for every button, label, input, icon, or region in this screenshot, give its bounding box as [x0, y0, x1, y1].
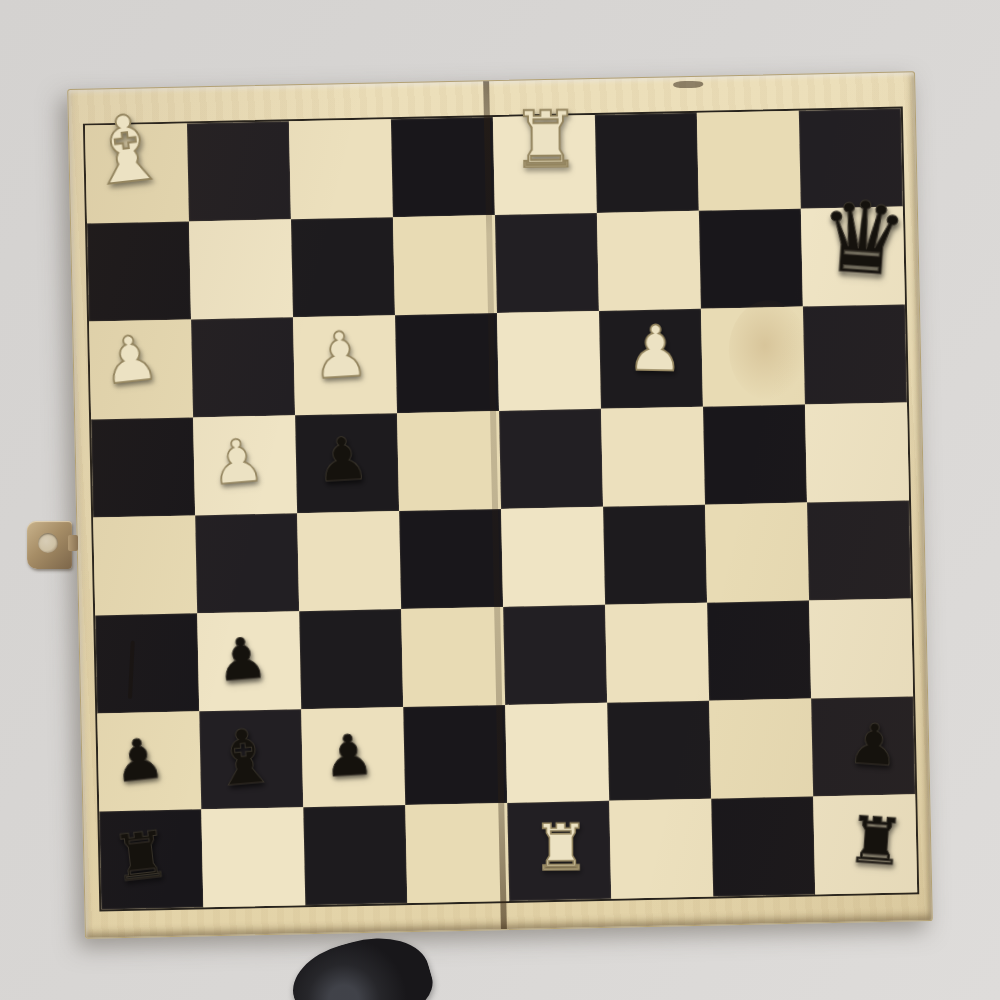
piece-black-pawn-c2[interactable]: ♟	[322, 726, 376, 785]
fallen-black-piece[interactable]	[284, 924, 440, 1000]
square-d2[interactable]	[403, 705, 507, 805]
chess-board: ♝♜♛♟♟♟♟♟♟♟♝♟♟♜♜♜	[67, 71, 933, 939]
square-c4[interactable]	[297, 511, 401, 611]
square-e7[interactable]	[495, 213, 599, 313]
piece-white-rook-e8[interactable]: ♜	[511, 101, 581, 179]
square-f1[interactable]	[609, 799, 713, 899]
square-a4[interactable]	[93, 515, 197, 615]
square-h1[interactable]: ♜	[813, 794, 917, 894]
square-e2[interactable]	[505, 703, 609, 803]
square-h3[interactable]	[809, 598, 913, 698]
square-c8[interactable]	[289, 119, 393, 219]
square-g6[interactable]	[701, 307, 805, 407]
square-g5[interactable]	[703, 405, 807, 505]
square-h5[interactable]	[805, 402, 909, 502]
clasp-tab	[68, 535, 78, 551]
square-e5[interactable]	[499, 409, 603, 509]
square-f4[interactable]	[603, 505, 707, 605]
square-b8[interactable]	[187, 121, 291, 221]
square-c6[interactable]: ♟	[293, 315, 397, 415]
square-b4[interactable]	[195, 513, 299, 613]
square-d8[interactable]	[391, 117, 495, 217]
piece-black-pawn-h2[interactable]: ♟	[846, 714, 900, 774]
square-b2[interactable]: ♝	[199, 709, 303, 809]
square-a2[interactable]: ♟	[97, 711, 201, 811]
piece-black-queen-h7[interactable]: ♛	[815, 186, 911, 291]
piece-black-pawn-c5[interactable]: ♟	[314, 429, 371, 492]
square-a7[interactable]	[87, 221, 191, 321]
square-g3[interactable]	[707, 601, 811, 701]
piece-white-pawn-c6[interactable]: ♟	[311, 322, 371, 388]
square-c7[interactable]	[291, 217, 395, 317]
piece-white-pawn-b5[interactable]: ♟	[208, 430, 266, 494]
clasp-hole	[38, 533, 58, 553]
square-b5[interactable]: ♟	[193, 415, 297, 515]
square-g7[interactable]	[699, 209, 803, 309]
square-f6[interactable]: ♟	[599, 309, 703, 409]
square-d3[interactable]	[401, 607, 505, 707]
piece-black-pawn-a2[interactable]: ♟	[111, 729, 167, 791]
square-d1[interactable]	[405, 803, 509, 903]
square-b1[interactable]	[201, 807, 305, 907]
square-b7[interactable]	[189, 219, 293, 319]
square-g1[interactable]	[711, 797, 815, 897]
square-b3[interactable]: ♟	[197, 611, 301, 711]
square-g2[interactable]	[709, 699, 813, 799]
square-c5[interactable]: ♟	[295, 413, 399, 513]
square-f8[interactable]	[595, 113, 699, 213]
square-f2[interactable]	[607, 701, 711, 801]
square-f3[interactable]	[605, 603, 709, 703]
piece-black-rook-h1[interactable]: ♜	[845, 808, 907, 876]
board-clasp-icon[interactable]	[27, 521, 72, 569]
square-e3[interactable]	[503, 605, 607, 705]
board-grid: ♝♜♛♟♟♟♟♟♟♟♝♟♟♜♜♜	[83, 106, 919, 911]
piece-white-rook-e1[interactable]: ♜	[532, 817, 590, 881]
square-c1[interactable]	[303, 805, 407, 905]
square-g8[interactable]	[697, 111, 801, 211]
rim-mark	[673, 81, 703, 89]
square-h2[interactable]: ♟	[811, 696, 915, 796]
piece-black-bishop-b2[interactable]: ♝	[207, 717, 281, 798]
square-d7[interactable]	[393, 215, 497, 315]
square-a8[interactable]: ♝	[85, 123, 189, 223]
piece-white-pawn-a6[interactable]: ♟	[99, 325, 162, 393]
square-a6[interactable]: ♟	[89, 319, 193, 419]
square-d5[interactable]	[397, 411, 501, 511]
square-e6[interactable]	[497, 311, 601, 411]
square-b6[interactable]	[191, 317, 295, 417]
piece-white-pawn-f6[interactable]: ♟	[627, 317, 684, 380]
piece-white-bishop-a8[interactable]: ♝	[80, 99, 172, 199]
square-e4[interactable]	[501, 507, 605, 607]
square-h4[interactable]	[807, 500, 911, 600]
square-a1[interactable]: ♜	[99, 809, 203, 909]
square-h6[interactable]	[803, 304, 907, 404]
square-d6[interactable]	[395, 313, 499, 413]
square-a5[interactable]	[91, 417, 195, 517]
square-e1[interactable]: ♜	[507, 801, 611, 901]
square-f5[interactable]	[601, 407, 705, 507]
piece-black-rook-a1[interactable]: ♜	[109, 823, 173, 893]
square-g4[interactable]	[705, 503, 809, 603]
square-c3[interactable]	[299, 609, 403, 709]
square-h7[interactable]: ♛	[801, 206, 905, 306]
piece-black-pawn-b3[interactable]: ♟	[214, 629, 270, 690]
square-e8[interactable]: ♜	[493, 115, 597, 215]
square-d4[interactable]	[399, 509, 503, 609]
square-c2[interactable]: ♟	[301, 707, 405, 807]
square-f7[interactable]	[597, 211, 701, 311]
square-a3[interactable]	[95, 613, 199, 713]
